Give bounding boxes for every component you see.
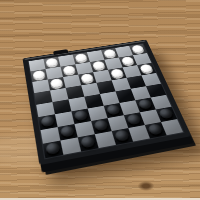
black-checker (80, 135, 96, 148)
white-checker (50, 78, 63, 88)
white-checker (92, 61, 105, 70)
black-checker (41, 115, 55, 127)
board-hinge (53, 49, 68, 55)
black-checker (114, 129, 130, 142)
white-checker (139, 64, 153, 73)
white-checker (32, 70, 45, 80)
board-grid (29, 44, 183, 158)
white-checker (75, 53, 88, 62)
black-checker (93, 119, 108, 131)
white-checker (103, 49, 116, 58)
black-checker (158, 108, 174, 119)
black-checker (137, 99, 152, 110)
black-checker (74, 110, 89, 122)
scene (0, 0, 200, 200)
product-photo (0, 0, 200, 200)
white-checker (63, 65, 76, 75)
white-checker (131, 45, 144, 54)
black-checker (60, 125, 75, 137)
black-checker (106, 104, 121, 115)
black-checker (45, 142, 60, 155)
white-checker (45, 58, 58, 67)
black-checker (126, 113, 142, 125)
white-checker (80, 73, 94, 83)
black-checker (147, 123, 163, 135)
checkers-board (22, 40, 191, 166)
white-checker (121, 56, 135, 65)
white-checker (110, 68, 124, 78)
